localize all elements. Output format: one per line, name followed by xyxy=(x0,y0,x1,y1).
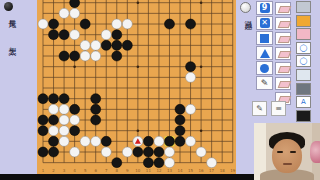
svg-text:3: 3 xyxy=(63,168,66,173)
webcam-feed xyxy=(254,123,320,180)
svg-text:2: 2 xyxy=(52,168,55,173)
eraser-icon xyxy=(278,21,292,28)
svg-text:10: 10 xyxy=(135,168,141,173)
white-stone-icon xyxy=(240,2,251,13)
number-tool-button[interactable]: 9 xyxy=(256,1,273,15)
triangle-tool-button[interactable] xyxy=(256,46,273,60)
left-eye xyxy=(277,151,283,153)
video-frame: { "game": "Go (igo), 19x19 board; video … xyxy=(0,0,320,180)
eraser-button[interactable] xyxy=(275,2,291,15)
black-player-name: 長尾 xyxy=(7,13,15,15)
svg-text:11: 11 xyxy=(146,168,152,173)
go-board[interactable]: 12345678910111213141516171819 xyxy=(37,0,236,174)
eraser-icon xyxy=(278,51,292,58)
eraser-button[interactable] xyxy=(275,47,291,60)
black-player-name-2: 想太 xyxy=(7,40,15,42)
strip-button-4[interactable]: ◯ xyxy=(296,42,311,54)
number-9-icon: 9 xyxy=(260,3,270,13)
eraser-button[interactable] xyxy=(275,17,291,30)
close-tool-button[interactable]: ✕ xyxy=(256,16,273,30)
svg-text:15: 15 xyxy=(188,168,194,173)
strip-button-6[interactable] xyxy=(296,69,311,81)
strip-button-8[interactable]: A xyxy=(296,96,311,108)
circle-tool-button[interactable] xyxy=(256,61,273,75)
pen-icon: ✎ xyxy=(261,78,269,88)
svg-text:9: 9 xyxy=(126,168,129,173)
white-player-name: 温越 xyxy=(243,14,251,16)
annotation-button-2[interactable]: ≡ xyxy=(271,101,286,116)
presenter-face xyxy=(272,139,302,173)
svg-text:6: 6 xyxy=(94,168,97,173)
eraser-button[interactable] xyxy=(275,62,291,75)
right-eye xyxy=(290,151,296,153)
flower-decoration xyxy=(310,141,320,163)
svg-text:13: 13 xyxy=(167,168,173,173)
black-player-panel: 長尾 想太 xyxy=(0,0,37,174)
mouth xyxy=(283,163,292,165)
svg-text:4: 4 xyxy=(73,168,76,173)
strip-button-3[interactable] xyxy=(296,28,311,40)
eraser-icon xyxy=(278,36,292,43)
strip-button-9[interactable] xyxy=(296,110,311,122)
svg-text:18: 18 xyxy=(220,168,226,173)
svg-text:14: 14 xyxy=(177,168,183,173)
eraser-button[interactable] xyxy=(275,32,291,45)
pen-tool-button[interactable]: ✎ xyxy=(256,76,273,90)
go-board-grid[interactable]: 12345678910111213141516171819 xyxy=(37,0,236,174)
svg-text:7: 7 xyxy=(105,168,108,173)
strip-button-7[interactable] xyxy=(296,83,311,95)
svg-text:19: 19 xyxy=(230,168,236,173)
strip-button-2[interactable] xyxy=(296,15,311,27)
svg-text:17: 17 xyxy=(209,168,215,173)
svg-text:1: 1 xyxy=(42,168,45,173)
strip-button-1[interactable] xyxy=(296,1,311,13)
svg-text:5: 5 xyxy=(84,168,87,173)
square-icon xyxy=(260,34,269,43)
svg-text:12: 12 xyxy=(156,168,162,173)
square-tool-button[interactable] xyxy=(256,31,273,45)
triangle-icon xyxy=(260,49,270,58)
menu-glyph: ≡ xyxy=(275,104,282,113)
eraser-icon xyxy=(278,6,292,13)
strip-button-5[interactable]: ◯ xyxy=(296,55,311,67)
svg-text:8: 8 xyxy=(116,168,119,173)
svg-text:16: 16 xyxy=(199,168,205,173)
circle-icon xyxy=(260,64,269,73)
annotation-button-1[interactable]: ✎ xyxy=(252,101,267,116)
eraser-icon xyxy=(278,66,292,73)
eraser-icon xyxy=(278,81,292,88)
x-icon: ✕ xyxy=(260,18,270,28)
black-stone-icon xyxy=(4,2,13,11)
pencil-glyph: ✎ xyxy=(256,104,263,113)
eraser-button[interactable] xyxy=(275,77,291,90)
